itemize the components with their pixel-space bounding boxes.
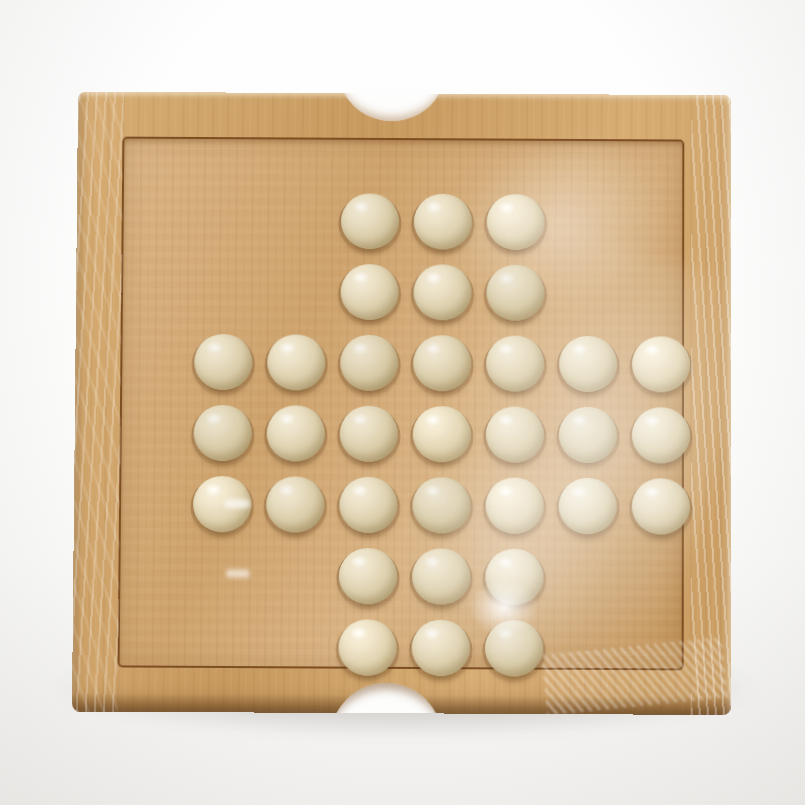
marble[interactable] [338,619,397,676]
marble[interactable] [411,548,469,605]
hole-cell[interactable] [405,257,478,328]
hole-cell[interactable] [332,399,405,470]
wood-cell [624,542,697,614]
wood-cell [260,186,333,257]
hole-cell[interactable] [405,399,478,470]
marble[interactable] [266,405,324,461]
hole-cell[interactable] [333,186,406,257]
board-grid [184,186,698,686]
hole-cell[interactable] [404,613,478,685]
wood-cell [623,614,696,686]
hole-cell[interactable] [332,257,405,328]
marble[interactable] [484,619,542,676]
finger-notch-top [337,92,447,122]
hole-cell[interactable] [404,541,478,613]
hole-cell[interactable] [259,398,333,469]
hole-cell[interactable] [330,612,404,684]
wood-cell [260,257,333,328]
marble[interactable] [193,404,251,460]
marble[interactable] [413,193,471,249]
marble[interactable] [412,405,470,461]
marble[interactable] [413,335,471,391]
hole-cell[interactable] [477,542,550,614]
hole-cell[interactable] [551,329,624,400]
marble[interactable] [486,335,544,391]
hole-cell[interactable] [624,471,697,543]
hole-cell[interactable] [259,327,332,398]
hole-cell[interactable] [186,327,260,398]
marble[interactable] [559,335,617,391]
marble[interactable] [558,477,616,533]
marble[interactable] [631,478,689,534]
marble[interactable] [486,193,544,249]
hole-cell[interactable] [185,469,259,541]
hole-cell[interactable] [477,470,550,542]
playing-surface [118,137,685,671]
wood-cell [550,613,623,685]
marble[interactable] [485,406,543,462]
marble[interactable] [485,477,543,533]
marble[interactable] [339,405,397,461]
marble[interactable] [340,263,398,319]
hole-cell[interactable] [551,471,624,543]
hole-cell[interactable] [405,328,478,399]
marble[interactable] [558,406,616,462]
marble[interactable] [194,333,252,389]
wood-cell [551,258,624,329]
marble[interactable] [485,548,543,605]
hole-cell[interactable] [479,187,552,258]
wood-cell [550,542,623,614]
hole-cell[interactable] [478,258,551,329]
marble[interactable] [631,407,689,463]
hole-cell[interactable] [331,470,405,542]
wood-cell [184,540,258,612]
wood-cell [187,186,260,257]
wood-cell [187,256,260,327]
marble[interactable] [339,476,397,532]
wood-cell [551,187,624,258]
hole-cell[interactable] [258,469,332,541]
wood-cell [624,188,697,259]
plastic-wrap-crinkles [72,92,124,712]
marble[interactable] [192,475,251,531]
marble[interactable] [632,336,690,392]
wood-cell [257,612,331,684]
finger-notch-bottom [330,683,443,715]
wood-cell [624,258,697,329]
marble[interactable] [486,264,544,320]
marble[interactable] [412,476,470,532]
marble[interactable] [338,547,396,604]
marble[interactable] [267,334,325,390]
marble[interactable] [340,193,398,249]
marble[interactable] [413,264,471,320]
wood-cell [257,540,331,612]
hole-cell[interactable] [478,328,551,399]
hole-cell[interactable] [332,328,405,399]
hole-cell[interactable] [551,400,624,471]
marble[interactable] [340,334,398,390]
marble[interactable] [411,619,469,676]
hole-cell[interactable] [478,399,551,470]
marble[interactable] [266,476,324,532]
wood-cell [184,611,258,683]
hole-cell[interactable] [477,613,551,685]
solitaire-board [72,92,731,715]
hole-cell[interactable] [404,470,477,542]
hole-cell[interactable] [406,187,479,258]
hole-cell[interactable] [624,400,697,471]
hole-cell[interactable] [331,541,405,613]
hole-cell[interactable] [185,398,259,469]
hole-cell[interactable] [624,329,697,400]
